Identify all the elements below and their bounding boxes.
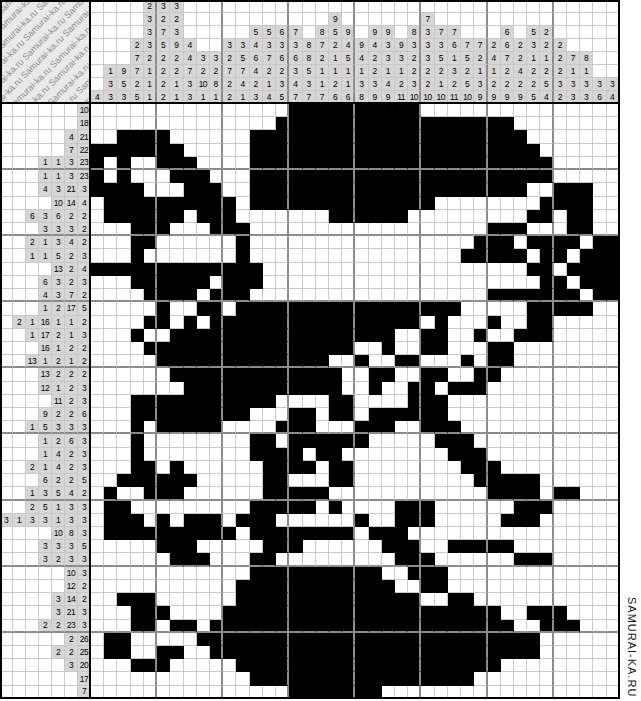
grid-cell[interactable] [303,527,316,540]
grid-cell[interactable] [527,316,540,329]
grid-cell[interactable] [461,355,474,368]
grid-cell[interactable] [461,210,474,223]
grid-cell[interactable] [382,672,395,685]
grid-cell[interactable] [236,474,249,487]
grid-cell[interactable] [131,276,144,289]
grid-cell[interactable] [448,448,461,461]
grid-cell[interactable] [144,104,157,117]
grid-cell[interactable] [461,117,474,130]
grid-cell[interactable] [474,342,487,355]
grid-cell[interactable] [236,223,249,236]
grid-cell[interactable] [197,276,210,289]
grid-cell[interactable] [342,249,355,262]
grid-cell[interactable] [527,223,540,236]
grid-cell[interactable] [421,633,434,646]
grid-cell[interactable] [276,355,289,368]
grid-cell[interactable] [184,316,197,329]
grid-cell[interactable] [435,382,448,395]
grid-cell[interactable] [329,672,342,685]
grid-cell[interactable] [170,501,183,514]
grid-cell[interactable] [91,501,104,514]
grid-cell[interactable] [263,672,276,685]
grid-cell[interactable] [342,368,355,381]
grid-cell[interactable] [250,514,263,527]
grid-cell[interactable] [369,289,382,302]
grid-cell[interactable] [567,342,580,355]
grid-cell[interactable] [263,593,276,606]
grid-cell[interactable] [117,553,130,566]
grid-cell[interactable] [263,236,276,249]
grid-cell[interactable] [289,395,302,408]
grid-cell[interactable] [250,342,263,355]
grid-cell[interactable] [303,249,316,262]
grid-cell[interactable] [607,527,620,540]
grid-cell[interactable] [236,276,249,289]
grid-cell[interactable] [289,355,302,368]
grid-cell[interactable] [554,540,567,553]
grid-cell[interactable] [303,395,316,408]
grid-cell[interactable] [184,342,197,355]
grid-cell[interactable] [580,342,593,355]
grid-cell[interactable] [501,342,514,355]
grid-cell[interactable] [303,355,316,368]
grid-cell[interactable] [342,501,355,514]
grid-cell[interactable] [250,249,263,262]
grid-cell[interactable] [157,487,170,500]
grid-cell[interactable] [514,316,527,329]
grid-cell[interactable] [488,223,501,236]
grid-cell[interactable] [607,633,620,646]
grid-cell[interactable] [382,144,395,157]
grid-cell[interactable] [104,249,117,262]
grid-cell[interactable] [580,197,593,210]
grid-cell[interactable] [117,382,130,395]
grid-cell[interactable] [316,395,329,408]
grid-cell[interactable] [474,276,487,289]
grid-cell[interactable] [303,487,316,500]
grid-cell[interactable] [157,540,170,553]
grid-cell[interactable] [580,170,593,183]
grid-cell[interactable] [369,593,382,606]
grid-cell[interactable] [607,157,620,170]
grid-cell[interactable] [501,368,514,381]
grid-cell[interactable] [501,117,514,130]
grid-cell[interactable] [303,633,316,646]
grid-cell[interactable] [395,329,408,342]
grid-cell[interactable] [329,620,342,633]
grid-cell[interactable] [263,580,276,593]
grid-cell[interactable] [210,553,223,566]
grid-cell[interactable] [197,514,210,527]
grid-cell[interactable] [250,329,263,342]
grid-cell[interactable] [329,527,342,540]
grid-cell[interactable] [395,355,408,368]
grid-cell[interactable] [435,408,448,421]
grid-cell[interactable] [540,302,553,315]
grid-cell[interactable] [250,527,263,540]
grid-cell[interactable] [263,474,276,487]
grid-cell[interactable] [289,434,302,447]
grid-cell[interactable] [197,382,210,395]
grid-cell[interactable] [170,646,183,659]
grid-cell[interactable] [117,302,130,315]
grid-cell[interactable] [355,606,368,619]
grid-cell[interactable] [223,553,236,566]
grid-cell[interactable] [540,448,553,461]
grid-cell[interactable] [157,514,170,527]
grid-cell[interactable] [197,223,210,236]
grid-cell[interactable] [184,461,197,474]
grid-cell[interactable] [289,329,302,342]
grid-cell[interactable] [421,157,434,170]
grid-cell[interactable] [263,646,276,659]
grid-cell[interactable] [355,593,368,606]
grid-cell[interactable] [342,263,355,276]
grid-cell[interactable] [421,289,434,302]
grid-cell[interactable] [382,289,395,302]
grid-cell[interactable] [421,434,434,447]
grid-cell[interactable] [607,395,620,408]
grid-cell[interactable] [144,659,157,672]
grid-cell[interactable] [408,316,421,329]
grid-cell[interactable] [474,514,487,527]
grid-cell[interactable] [448,342,461,355]
grid-cell[interactable] [395,104,408,117]
grid-cell[interactable] [131,355,144,368]
grid-cell[interactable] [355,223,368,236]
grid-cell[interactable] [342,183,355,196]
grid-cell[interactable] [289,514,302,527]
grid-cell[interactable] [250,474,263,487]
grid-cell[interactable] [369,382,382,395]
grid-cell[interactable] [607,368,620,381]
grid-cell[interactable] [131,527,144,540]
grid-cell[interactable] [184,434,197,447]
grid-cell[interactable] [236,117,249,130]
grid-cell[interactable] [210,501,223,514]
grid-cell[interactable] [210,302,223,315]
grid-cell[interactable] [91,580,104,593]
grid-cell[interactable] [131,620,144,633]
grid-cell[interactable] [580,210,593,223]
grid-cell[interactable] [408,474,421,487]
grid-cell[interactable] [289,461,302,474]
grid-cell[interactable] [580,620,593,633]
grid-cell[interactable] [263,316,276,329]
grid-cell[interactable] [144,157,157,170]
grid-cell[interactable] [184,527,197,540]
grid-cell[interactable] [303,130,316,143]
grid-cell[interactable] [593,633,606,646]
grid-cell[interactable] [540,263,553,276]
grid-cell[interactable] [355,646,368,659]
grid-cell[interactable] [250,540,263,553]
grid-cell[interactable] [184,382,197,395]
grid-cell[interactable] [580,249,593,262]
grid-cell[interactable] [554,606,567,619]
grid-cell[interactable] [382,302,395,315]
grid-cell[interactable] [607,130,620,143]
grid-cell[interactable] [488,117,501,130]
grid-cell[interactable] [144,382,157,395]
grid-cell[interactable] [540,553,553,566]
grid-cell[interactable] [474,395,487,408]
grid-cell[interactable] [567,223,580,236]
grid-cell[interactable] [236,514,249,527]
grid-cell[interactable] [540,316,553,329]
grid-cell[interactable] [303,620,316,633]
grid-cell[interactable] [461,263,474,276]
grid-cell[interactable] [593,117,606,130]
grid-cell[interactable] [197,210,210,223]
grid-cell[interactable] [607,646,620,659]
grid-cell[interactable] [144,474,157,487]
grid-cell[interactable] [355,659,368,672]
grid-cell[interactable] [223,514,236,527]
grid-cell[interactable] [501,527,514,540]
grid-cell[interactable] [421,170,434,183]
grid-cell[interactable] [382,620,395,633]
grid-cell[interactable] [514,249,527,262]
grid-cell[interactable] [421,580,434,593]
grid-cell[interactable] [250,210,263,223]
grid-cell[interactable] [117,236,130,249]
grid-cell[interactable] [448,487,461,500]
grid-cell[interactable] [474,461,487,474]
grid-cell[interactable] [461,593,474,606]
grid-cell[interactable] [184,620,197,633]
grid-cell[interactable] [131,593,144,606]
grid-cell[interactable] [276,527,289,540]
grid-cell[interactable] [514,620,527,633]
grid-cell[interactable] [303,553,316,566]
grid-cell[interactable] [395,540,408,553]
grid-cell[interactable] [289,620,302,633]
grid-cell[interactable] [197,567,210,580]
grid-cell[interactable] [461,302,474,315]
grid-cell[interactable] [91,686,104,699]
grid-cell[interactable] [448,183,461,196]
grid-cell[interactable] [263,514,276,527]
grid-cell[interactable] [488,408,501,421]
grid-cell[interactable] [369,487,382,500]
grid-cell[interactable] [421,461,434,474]
grid-cell[interactable] [408,104,421,117]
grid-cell[interactable] [289,646,302,659]
grid-cell[interactable] [435,130,448,143]
grid-cell[interactable] [408,395,421,408]
grid-cell[interactable] [369,302,382,315]
grid-cell[interactable] [527,382,540,395]
grid-cell[interactable] [236,606,249,619]
grid-cell[interactable] [197,355,210,368]
grid-cell[interactable] [567,501,580,514]
grid-cell[interactable] [461,527,474,540]
grid-cell[interactable] [170,223,183,236]
grid-cell[interactable] [197,157,210,170]
grid-cell[interactable] [342,210,355,223]
grid-cell[interactable] [593,408,606,421]
grid-cell[interactable] [342,461,355,474]
grid-cell[interactable] [250,157,263,170]
grid-cell[interactable] [369,316,382,329]
grid-cell[interactable] [250,580,263,593]
grid-cell[interactable] [104,686,117,699]
grid-cell[interactable] [184,249,197,262]
grid-cell[interactable] [329,183,342,196]
grid-cell[interactable] [289,421,302,434]
grid-cell[interactable] [408,408,421,421]
grid-cell[interactable] [369,659,382,672]
grid-cell[interactable] [435,342,448,355]
grid-cell[interactable] [567,382,580,395]
grid-cell[interactable] [276,448,289,461]
grid-cell[interactable] [250,289,263,302]
grid-cell[interactable] [236,342,249,355]
grid-cell[interactable] [289,487,302,500]
grid-cell[interactable] [421,540,434,553]
grid-cell[interactable] [355,355,368,368]
grid-cell[interactable] [474,355,487,368]
grid-cell[interactable] [435,197,448,210]
grid-cell[interactable] [369,633,382,646]
grid-cell[interactable] [540,329,553,342]
grid-cell[interactable] [223,487,236,500]
grid-cell[interactable] [461,487,474,500]
grid-cell[interactable] [303,434,316,447]
grid-cell[interactable] [144,130,157,143]
grid-cell[interactable] [567,355,580,368]
grid-cell[interactable] [567,170,580,183]
grid-cell[interactable] [276,236,289,249]
grid-cell[interactable] [342,514,355,527]
grid-cell[interactable] [170,672,183,685]
grid-cell[interactable] [448,408,461,421]
grid-cell[interactable] [421,421,434,434]
grid-cell[interactable] [355,540,368,553]
grid-cell[interactable] [593,382,606,395]
grid-cell[interactable] [276,157,289,170]
grid-cell[interactable] [91,448,104,461]
grid-cell[interactable] [316,527,329,540]
grid-cell[interactable] [593,567,606,580]
grid-cell[interactable] [210,130,223,143]
grid-cell[interactable] [448,527,461,540]
grid-cell[interactable] [369,448,382,461]
grid-cell[interactable] [435,355,448,368]
grid-cell[interactable] [289,263,302,276]
grid-cell[interactable] [607,329,620,342]
grid-cell[interactable] [170,144,183,157]
grid-cell[interactable] [223,157,236,170]
grid-cell[interactable] [355,263,368,276]
grid-cell[interactable] [435,183,448,196]
grid-cell[interactable] [554,355,567,368]
grid-cell[interactable] [91,316,104,329]
grid-cell[interactable] [474,593,487,606]
grid-cell[interactable] [355,672,368,685]
grid-cell[interactable] [355,157,368,170]
grid-cell[interactable] [461,553,474,566]
grid-cell[interactable] [236,329,249,342]
grid-cell[interactable] [197,580,210,593]
grid-cell[interactable] [421,606,434,619]
grid-cell[interactable] [382,421,395,434]
grid-cell[interactable] [263,487,276,500]
grid-cell[interactable] [593,421,606,434]
grid-cell[interactable] [607,289,620,302]
grid-cell[interactable] [501,289,514,302]
grid-cell[interactable] [276,329,289,342]
grid-cell[interactable] [342,620,355,633]
grid-cell[interactable] [461,289,474,302]
grid-cell[interactable] [236,104,249,117]
grid-cell[interactable] [408,606,421,619]
grid-cell[interactable] [501,236,514,249]
grid-cell[interactable] [501,355,514,368]
grid-cell[interactable] [501,183,514,196]
grid-cell[interactable] [369,514,382,527]
grid-cell[interactable] [369,646,382,659]
grid-cell[interactable] [289,448,302,461]
grid-cell[interactable] [382,157,395,170]
grid-cell[interactable] [540,249,553,262]
grid-cell[interactable] [316,434,329,447]
grid-cell[interactable] [170,170,183,183]
grid-cell[interactable] [382,395,395,408]
grid-cell[interactable] [527,553,540,566]
grid-cell[interactable] [170,474,183,487]
grid-cell[interactable] [448,646,461,659]
grid-cell[interactable] [421,672,434,685]
grid-cell[interactable] [144,236,157,249]
grid-cell[interactable] [289,527,302,540]
grid-cell[interactable] [382,368,395,381]
grid-cell[interactable] [104,117,117,130]
grid-cell[interactable] [593,249,606,262]
grid-cell[interactable] [580,633,593,646]
grid-cell[interactable] [488,170,501,183]
grid-cell[interactable] [236,144,249,157]
grid-cell[interactable] [580,144,593,157]
grid-cell[interactable] [157,434,170,447]
grid-cell[interactable] [488,672,501,685]
grid-cell[interactable] [104,157,117,170]
grid-cell[interactable] [250,434,263,447]
grid-cell[interactable] [527,421,540,434]
grid-cell[interactable] [342,540,355,553]
grid-cell[interactable] [474,170,487,183]
grid-cell[interactable] [435,395,448,408]
grid-cell[interactable] [448,434,461,447]
grid-cell[interactable] [607,117,620,130]
grid-cell[interactable] [501,620,514,633]
grid-cell[interactable] [289,223,302,236]
grid-cell[interactable] [435,223,448,236]
grid-cell[interactable] [554,580,567,593]
grid-cell[interactable] [91,130,104,143]
grid-cell[interactable] [157,355,170,368]
grid-cell[interactable] [607,170,620,183]
grid-cell[interactable] [104,540,117,553]
grid-cell[interactable] [527,593,540,606]
grid-cell[interactable] [223,382,236,395]
grid-cell[interactable] [369,197,382,210]
grid-cell[interactable] [104,501,117,514]
grid-cell[interactable] [236,130,249,143]
grid-cell[interactable] [131,104,144,117]
grid-cell[interactable] [170,620,183,633]
